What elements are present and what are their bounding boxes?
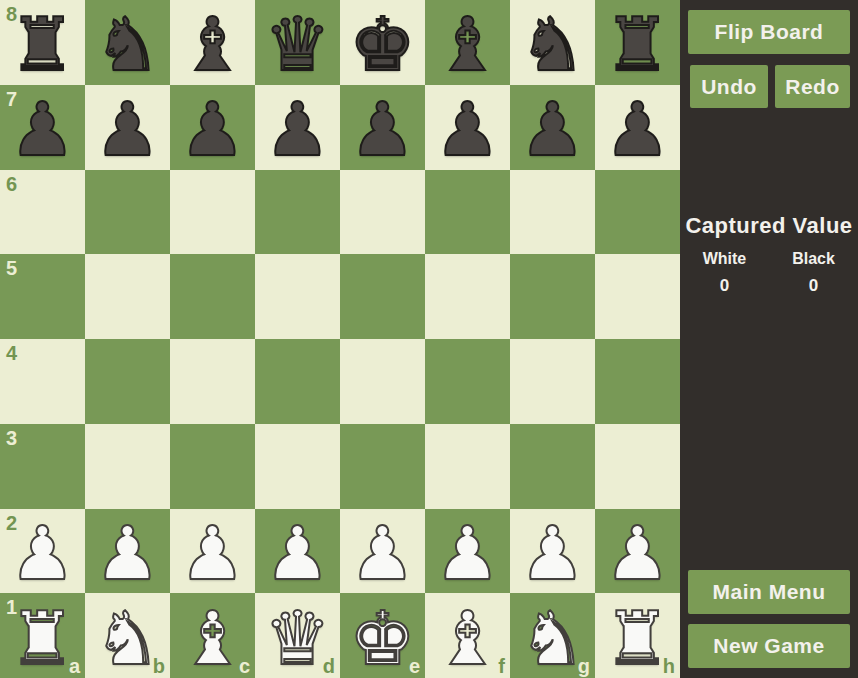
square-b7[interactable]: ♟: [85, 85, 170, 170]
square-d5[interactable]: [255, 254, 340, 339]
chess-app: 8♜♞♝♛♚♝♞♜7♟♟♟♟♟♟♟♟65432♟♟♟♟♟♟♟♟1a♜b♞c♝d♛…: [0, 0, 858, 678]
square-g7[interactable]: ♟: [510, 85, 595, 170]
square-g3[interactable]: [510, 424, 595, 509]
captured-black-label: Black: [769, 250, 858, 268]
piece-white-pawn[interactable]: ♟: [264, 516, 330, 590]
square-c3[interactable]: [170, 424, 255, 509]
piece-white-king[interactable]: ♚: [349, 601, 415, 675]
square-f8[interactable]: ♝: [425, 0, 510, 85]
rank-label-5: 5: [6, 258, 17, 278]
piece-white-queen[interactable]: ♛: [264, 601, 330, 675]
square-a8[interactable]: 8♜: [0, 0, 85, 85]
square-h5[interactable]: [595, 254, 680, 339]
piece-white-knight[interactable]: ♞: [94, 601, 160, 675]
rank-label-3: 3: [6, 428, 17, 448]
piece-black-pawn[interactable]: ♟: [9, 92, 75, 166]
square-g5[interactable]: [510, 254, 595, 339]
square-d2[interactable]: ♟: [255, 509, 340, 594]
captured-white-label: White: [680, 250, 769, 268]
square-d3[interactable]: [255, 424, 340, 509]
piece-black-pawn[interactable]: ♟: [179, 92, 245, 166]
piece-black-pawn[interactable]: ♟: [519, 92, 585, 166]
square-h8[interactable]: ♜: [595, 0, 680, 85]
piece-black-rook[interactable]: ♜: [9, 7, 75, 81]
square-b2[interactable]: ♟: [85, 509, 170, 594]
captured-black-value: 0: [769, 276, 858, 296]
piece-white-knight[interactable]: ♞: [519, 601, 585, 675]
piece-white-rook[interactable]: ♜: [604, 601, 670, 675]
square-c8[interactable]: ♝: [170, 0, 255, 85]
captured-value-title: Captured Value: [680, 213, 858, 239]
square-h3[interactable]: [595, 424, 680, 509]
piece-black-knight[interactable]: ♞: [94, 7, 160, 81]
piece-white-bishop[interactable]: ♝: [434, 601, 500, 675]
square-b5[interactable]: [85, 254, 170, 339]
square-e3[interactable]: [340, 424, 425, 509]
square-d8[interactable]: ♛: [255, 0, 340, 85]
piece-white-rook[interactable]: ♜: [9, 601, 75, 675]
piece-black-pawn[interactable]: ♟: [264, 92, 330, 166]
square-a1[interactable]: 1a♜: [0, 593, 85, 678]
square-b3[interactable]: [85, 424, 170, 509]
square-h4[interactable]: [595, 339, 680, 424]
piece-black-pawn[interactable]: ♟: [349, 92, 415, 166]
piece-white-pawn[interactable]: ♟: [604, 516, 670, 590]
piece-black-queen[interactable]: ♛: [264, 7, 330, 81]
square-f3[interactable]: [425, 424, 510, 509]
square-h7[interactable]: ♟: [595, 85, 680, 170]
square-a7[interactable]: 7♟: [0, 85, 85, 170]
square-e4[interactable]: [340, 339, 425, 424]
flip-board-button[interactable]: Flip Board: [688, 10, 850, 54]
piece-black-rook[interactable]: ♜: [604, 7, 670, 81]
square-g8[interactable]: ♞: [510, 0, 595, 85]
square-c4[interactable]: [170, 339, 255, 424]
square-c1[interactable]: c♝: [170, 593, 255, 678]
square-c6[interactable]: [170, 170, 255, 255]
square-g6[interactable]: [510, 170, 595, 255]
square-f5[interactable]: [425, 254, 510, 339]
rank-label-6: 6: [6, 174, 17, 194]
square-g4[interactable]: [510, 339, 595, 424]
square-e8[interactable]: ♚: [340, 0, 425, 85]
undo-button[interactable]: Undo: [690, 65, 768, 108]
redo-button[interactable]: Redo: [775, 65, 850, 108]
square-f7[interactable]: ♟: [425, 85, 510, 170]
square-e1[interactable]: e♚: [340, 593, 425, 678]
piece-black-king[interactable]: ♚: [349, 7, 415, 81]
piece-white-pawn[interactable]: ♟: [179, 516, 245, 590]
square-f2[interactable]: ♟: [425, 509, 510, 594]
square-e6[interactable]: [340, 170, 425, 255]
piece-black-knight[interactable]: ♞: [519, 7, 585, 81]
square-e7[interactable]: ♟: [340, 85, 425, 170]
square-e5[interactable]: [340, 254, 425, 339]
square-h2[interactable]: ♟: [595, 509, 680, 594]
square-a2[interactable]: 2♟: [0, 509, 85, 594]
piece-black-pawn[interactable]: ♟: [94, 92, 160, 166]
captured-white-value: 0: [680, 276, 769, 296]
piece-black-pawn[interactable]: ♟: [434, 92, 500, 166]
square-b4[interactable]: [85, 339, 170, 424]
piece-black-bishop[interactable]: ♝: [434, 7, 500, 81]
chess-board: 8♜♞♝♛♚♝♞♜7♟♟♟♟♟♟♟♟65432♟♟♟♟♟♟♟♟1a♜b♞c♝d♛…: [0, 0, 680, 678]
piece-white-pawn[interactable]: ♟: [94, 516, 160, 590]
captured-value-panel: Captured Value White Black 0 0: [680, 213, 858, 296]
square-a3[interactable]: 3: [0, 424, 85, 509]
piece-white-pawn[interactable]: ♟: [349, 516, 415, 590]
rank-label-4: 4: [6, 343, 17, 363]
square-c2[interactable]: ♟: [170, 509, 255, 594]
piece-black-bishop[interactable]: ♝: [179, 7, 245, 81]
square-h1[interactable]: h♜: [595, 593, 680, 678]
sidebar: Flip Board Undo Redo Captured Value Whit…: [680, 0, 858, 678]
square-a6[interactable]: 6: [0, 170, 85, 255]
piece-white-pawn[interactable]: ♟: [434, 516, 500, 590]
square-f6[interactable]: [425, 170, 510, 255]
square-e2[interactable]: ♟: [340, 509, 425, 594]
square-h6[interactable]: [595, 170, 680, 255]
square-b8[interactable]: ♞: [85, 0, 170, 85]
main-menu-button[interactable]: Main Menu: [688, 570, 850, 614]
square-d1[interactable]: d♛: [255, 593, 340, 678]
piece-white-pawn[interactable]: ♟: [9, 516, 75, 590]
square-g1[interactable]: g♞: [510, 593, 595, 678]
square-f4[interactable]: [425, 339, 510, 424]
square-f1[interactable]: f♝: [425, 593, 510, 678]
square-d4[interactable]: [255, 339, 340, 424]
square-a4[interactable]: 4: [0, 339, 85, 424]
square-c5[interactable]: [170, 254, 255, 339]
square-a5[interactable]: 5: [0, 254, 85, 339]
new-game-button[interactable]: New Game: [688, 624, 850, 668]
piece-white-pawn[interactable]: ♟: [519, 516, 585, 590]
piece-white-bishop[interactable]: ♝: [179, 601, 245, 675]
square-g2[interactable]: ♟: [510, 509, 595, 594]
square-c7[interactable]: ♟: [170, 85, 255, 170]
square-d6[interactable]: [255, 170, 340, 255]
square-d7[interactable]: ♟: [255, 85, 340, 170]
square-b1[interactable]: b♞: [85, 593, 170, 678]
piece-black-pawn[interactable]: ♟: [604, 92, 670, 166]
square-b6[interactable]: [85, 170, 170, 255]
